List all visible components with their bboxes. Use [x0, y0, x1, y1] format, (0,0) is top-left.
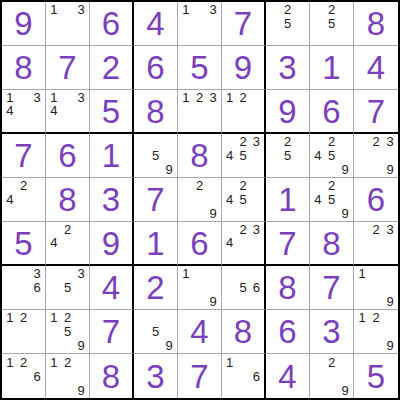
cell-value: 6 [134, 46, 177, 89]
pencil-mark: 5 [149, 149, 163, 163]
cell-value: 5 [90, 90, 132, 132]
pencil-mark: 9 [206, 206, 220, 220]
cell-r9c4[interactable]: 3 [134, 354, 178, 398]
cell-value: 9 [90, 222, 132, 264]
cell-value: 5 [178, 46, 221, 89]
cell-value: 7 [266, 222, 309, 264]
pencil-mark: 4 [47, 104, 61, 117]
pencil-mark: 1 [179, 267, 193, 281]
pencil-mark: 2 [236, 135, 249, 149]
cell-r5c8[interactable]: 2459 [310, 178, 354, 222]
pencil-marks: 29 [179, 179, 220, 220]
pencil-mark: 4 [311, 149, 325, 163]
cell-value: 4 [354, 46, 398, 89]
pencil-mark: 1 [223, 355, 236, 369]
pencil-marks: 25 [267, 135, 308, 176]
cell-value: 5 [354, 354, 398, 398]
cell-r2c3[interactable]: 2 [90, 46, 134, 90]
cell-r6c7[interactable]: 7 [266, 222, 310, 266]
cell-value: 7 [2, 134, 45, 177]
pencil-mark: 5 [325, 17, 339, 31]
pencil-mark: 2 [193, 91, 207, 104]
cell-r9c2[interactable]: 129 [46, 354, 90, 398]
pencil-mark: 1 [179, 3, 193, 17]
pencil-marks: 56 [223, 267, 263, 308]
pencil-marks: 129 [355, 311, 397, 352]
cell-value: 3 [266, 46, 309, 89]
cell-value: 1 [134, 222, 177, 264]
cell-value: 9 [266, 90, 309, 132]
cell-r9c6[interactable]: 16 [222, 354, 266, 398]
pencil-marks: 126 [3, 355, 44, 397]
pencil-marks: 59 [135, 135, 176, 176]
pencil-mark: 5 [236, 281, 249, 295]
pencil-mark: 1 [47, 91, 61, 104]
cell-r8c6[interactable]: 8 [222, 310, 266, 354]
pencil-mark: 2 [61, 223, 75, 236]
cell-r2c1[interactable]: 8 [2, 46, 46, 90]
pencil-mark: 9 [383, 294, 397, 308]
pencil-mark: 2 [325, 179, 339, 193]
cell-r1c8[interactable]: 25 [310, 2, 354, 46]
cell-value: 8 [266, 266, 309, 309]
cell-r1c6[interactable]: 7 [222, 2, 266, 46]
pencil-mark: 2 [281, 135, 295, 149]
pencil-marks: 245 [223, 179, 263, 220]
pencil-mark: 9 [74, 383, 88, 397]
cell-r4c2[interactable]: 6 [46, 134, 90, 178]
cell-r8c4[interactable]: 59 [134, 310, 178, 354]
pencil-mark: 6 [30, 369, 44, 383]
cell-r4c9[interactable]: 239 [354, 134, 398, 178]
pencil-marks: 23 [355, 223, 397, 263]
cell-r5c3[interactable]: 3 [90, 178, 134, 222]
pencil-mark: 5 [61, 281, 75, 295]
pencil-mark: 5 [281, 149, 295, 163]
cell-value: 7 [310, 266, 353, 309]
pencil-marks: 1259 [47, 311, 88, 352]
pencil-mark: 1 [355, 267, 369, 281]
pencil-marks: 2459 [311, 179, 352, 220]
cell-value: 3 [134, 354, 177, 398]
pencil-marks: 16 [223, 355, 263, 397]
cell-r9c7[interactable]: 4 [266, 354, 310, 398]
cell-r6c4[interactable]: 1 [134, 222, 178, 266]
pencil-mark: 1 [3, 91, 17, 104]
cell-value: 8 [90, 354, 132, 398]
cell-r7c3[interactable]: 4 [90, 266, 134, 310]
pencil-marks: 129 [47, 355, 88, 397]
pencil-mark: 3 [250, 135, 263, 149]
cell-value: 8 [46, 178, 89, 221]
pencil-marks: 19 [355, 267, 397, 308]
cell-r5c1[interactable]: 24 [2, 178, 46, 222]
pencil-marks: 24 [3, 179, 44, 220]
pencil-mark: 9 [338, 162, 352, 176]
cell-value: 6 [266, 310, 309, 353]
cell-r1c1[interactable]: 9 [2, 2, 46, 46]
pencil-marks: 12 [3, 311, 44, 352]
cell-r3c8[interactable]: 6 [310, 90, 354, 134]
cell-value: 9 [2, 2, 45, 45]
cell-r2c7[interactable]: 3 [266, 46, 310, 90]
cell-value: 1 [90, 134, 132, 177]
pencil-mark: 2 [369, 223, 383, 236]
cell-r9c5[interactable]: 7 [178, 354, 222, 398]
pencil-marks: 29 [311, 355, 352, 397]
pencil-marks: 36 [3, 267, 44, 308]
cell-value: 7 [178, 354, 221, 398]
cell-r7c8[interactable]: 7 [310, 266, 354, 310]
cell-r8c3[interactable]: 7 [90, 310, 134, 354]
pencil-mark: 9 [383, 162, 397, 176]
pencil-mark: 6 [250, 281, 263, 295]
cell-value: 1 [266, 178, 309, 221]
pencil-marks: 134 [47, 91, 88, 131]
pencil-mark: 2 [236, 179, 249, 193]
cell-r7c5[interactable]: 19 [178, 266, 222, 310]
pencil-mark: 5 [61, 325, 75, 339]
pencil-marks: 19 [179, 267, 220, 308]
cell-r7c4[interactable]: 2 [134, 266, 178, 310]
pencil-mark: 1 [355, 311, 369, 325]
pencil-mark: 2 [17, 355, 31, 369]
cell-value: 6 [90, 2, 132, 45]
cell-r4c3[interactable]: 1 [90, 134, 134, 178]
pencil-mark: 3 [74, 3, 88, 17]
cell-r7c1[interactable]: 36 [2, 266, 46, 310]
cell-r5c6[interactable]: 245 [222, 178, 266, 222]
pencil-marks: 239 [355, 135, 397, 176]
pencil-marks: 234 [223, 223, 263, 263]
cell-r5c9[interactable]: 6 [354, 178, 398, 222]
cell-r2c9[interactable]: 4 [354, 46, 398, 90]
cell-r6c8[interactable]: 8 [310, 222, 354, 266]
cell-value: 7 [134, 178, 177, 221]
pencil-mark: 3 [74, 91, 88, 104]
cell-r5c2[interactable]: 8 [46, 178, 90, 222]
pencil-marks: 59 [135, 311, 176, 352]
pencil-mark: 1 [47, 355, 61, 369]
cell-r9c9[interactable]: 5 [354, 354, 398, 398]
pencil-mark: 2 [281, 3, 295, 17]
pencil-mark: 1 [179, 91, 193, 104]
pencil-mark: 1 [223, 91, 236, 104]
cell-value: 8 [354, 2, 398, 45]
cell-value: 5 [2, 222, 45, 264]
pencil-mark: 2 [369, 135, 383, 149]
pencil-mark: 5 [325, 193, 339, 207]
pencil-mark: 3 [30, 267, 44, 281]
cell-value: 8 [134, 90, 177, 132]
cell-r1c4[interactable]: 4 [134, 2, 178, 46]
pencil-mark: 1 [3, 355, 17, 369]
cell-value: 7 [46, 46, 89, 89]
cell-r2c4[interactable]: 6 [134, 46, 178, 90]
pencil-mark: 2 [325, 135, 339, 149]
cell-r3c5[interactable]: 123 [178, 90, 222, 134]
cell-r8c2[interactable]: 1259 [46, 310, 90, 354]
cell-value: 4 [90, 266, 132, 309]
pencil-mark: 2 [17, 311, 31, 325]
cell-r1c3[interactable]: 6 [90, 2, 134, 46]
cell-r8c5[interactable]: 4 [178, 310, 222, 354]
pencil-mark: 9 [338, 383, 352, 397]
pencil-mark: 1 [47, 3, 61, 17]
cell-r1c9[interactable]: 8 [354, 2, 398, 46]
cell-value: 6 [310, 90, 353, 132]
pencil-mark: 4 [3, 193, 17, 207]
cell-value: 8 [2, 46, 45, 89]
pencil-marks: 123 [179, 91, 220, 131]
pencil-mark: 2 [325, 355, 339, 369]
pencil-mark: 5 [281, 17, 295, 31]
cell-value: 2 [90, 46, 132, 89]
pencil-mark: 1 [3, 311, 17, 325]
pencil-marks: 24 [47, 223, 88, 263]
cell-r1c2[interactable]: 13 [46, 2, 90, 46]
cell-r1c7[interactable]: 25 [266, 2, 310, 46]
cell-r8c1[interactable]: 12 [2, 310, 46, 354]
cell-r5c7[interactable]: 1 [266, 178, 310, 222]
cell-r5c4[interactable]: 7 [134, 178, 178, 222]
cell-r6c9[interactable]: 23 [354, 222, 398, 266]
pencil-mark: 2 [325, 3, 339, 17]
cell-r4c6[interactable]: 2345 [222, 134, 266, 178]
cell-r9c8[interactable]: 29 [310, 354, 354, 398]
pencil-mark: 3 [206, 3, 220, 17]
pencil-mark: 9 [74, 338, 88, 352]
cell-r6c3[interactable]: 9 [90, 222, 134, 266]
pencil-mark: 5 [325, 149, 339, 163]
cell-r7c6[interactable]: 56 [222, 266, 266, 310]
pencil-mark: 3 [383, 135, 397, 149]
cell-value: 8 [310, 222, 353, 264]
cell-r2c8[interactable]: 1 [310, 46, 354, 90]
cell-r5c5[interactable]: 29 [178, 178, 222, 222]
pencil-mark: 3 [74, 267, 88, 281]
pencil-marks: 35 [47, 267, 88, 308]
cell-r9c1[interactable]: 126 [2, 354, 46, 398]
pencil-mark: 3 [383, 223, 397, 236]
cell-r6c5[interactable]: 6 [178, 222, 222, 266]
cell-r2c2[interactable]: 7 [46, 46, 90, 90]
cell-r3c3[interactable]: 5 [90, 90, 134, 134]
cell-r6c1[interactable]: 5 [2, 222, 46, 266]
pencil-mark: 5 [236, 193, 249, 207]
pencil-mark: 3 [206, 91, 220, 104]
pencil-marks: 25 [267, 3, 308, 44]
cell-value: 7 [222, 2, 264, 45]
pencil-mark: 5 [236, 149, 249, 163]
cell-value: 1 [310, 46, 353, 89]
cell-r7c9[interactable]: 19 [354, 266, 398, 310]
cell-value: 3 [310, 310, 353, 353]
sudoku-board: 9136413725258872659314134134581231296776… [0, 0, 400, 400]
pencil-marks: 2345 [223, 135, 263, 176]
cell-r6c2[interactable]: 24 [46, 222, 90, 266]
pencil-mark: 1 [47, 311, 61, 325]
pencil-mark: 6 [30, 281, 44, 295]
pencil-marks: 12 [223, 91, 263, 131]
pencil-marks: 25 [311, 3, 352, 44]
pencil-mark: 4 [223, 149, 236, 163]
pencil-mark: 9 [162, 162, 176, 176]
pencil-marks: 13 [47, 3, 88, 44]
cell-value: 7 [90, 310, 132, 353]
cell-r1c5[interactable]: 13 [178, 2, 222, 46]
cell-value: 4 [134, 2, 177, 45]
cell-value: 4 [178, 310, 221, 353]
pencil-marks: 2459 [311, 135, 352, 176]
cell-r8c9[interactable]: 129 [354, 310, 398, 354]
pencil-marks: 134 [3, 91, 44, 131]
cell-r3c1[interactable]: 134 [2, 90, 46, 134]
cell-r2c6[interactable]: 9 [222, 46, 266, 90]
cell-value: 3 [90, 178, 132, 221]
pencil-mark: 6 [250, 369, 263, 383]
pencil-mark: 2 [369, 311, 383, 325]
cell-r3c4[interactable]: 8 [134, 90, 178, 134]
pencil-mark: 2 [236, 91, 249, 104]
cell-value: 7 [354, 90, 398, 132]
pencil-mark: 2 [236, 223, 249, 236]
cell-value: 9 [222, 46, 264, 89]
pencil-mark: 4 [3, 104, 17, 117]
cell-value: 6 [46, 134, 89, 177]
pencil-mark: 5 [149, 325, 163, 339]
pencil-mark: 3 [250, 223, 263, 236]
cell-r4c7[interactable]: 25 [266, 134, 310, 178]
cell-r4c4[interactable]: 59 [134, 134, 178, 178]
cell-r9c3[interactable]: 8 [90, 354, 134, 398]
cell-r8c8[interactable]: 3 [310, 310, 354, 354]
pencil-mark: 2 [61, 311, 75, 325]
pencil-mark: 2 [193, 179, 207, 193]
cell-r2c5[interactable]: 5 [178, 46, 222, 90]
cell-r7c7[interactable]: 8 [266, 266, 310, 310]
cell-r3c7[interactable]: 9 [266, 90, 310, 134]
pencil-mark: 9 [383, 338, 397, 352]
cell-r3c2[interactable]: 134 [46, 90, 90, 134]
pencil-mark: 4 [311, 193, 325, 207]
pencil-mark: 4 [223, 236, 236, 249]
pencil-mark: 2 [17, 179, 31, 193]
pencil-mark: 9 [338, 206, 352, 220]
cell-r4c8[interactable]: 2459 [310, 134, 354, 178]
cell-r3c6[interactable]: 12 [222, 90, 266, 134]
pencil-marks: 13 [179, 3, 220, 44]
cell-value: 8 [222, 310, 264, 353]
cell-r4c1[interactable]: 7 [2, 134, 46, 178]
cell-r8c7[interactable]: 6 [266, 310, 310, 354]
cell-r3c9[interactable]: 7 [354, 90, 398, 134]
cell-r7c2[interactable]: 35 [46, 266, 90, 310]
cell-value: 2 [134, 266, 177, 309]
cell-r6c6[interactable]: 234 [222, 222, 266, 266]
pencil-mark: 3 [30, 91, 44, 104]
cell-value: 6 [354, 178, 398, 221]
pencil-mark: 4 [223, 193, 236, 207]
pencil-mark: 4 [47, 236, 61, 249]
cell-value: 4 [266, 354, 309, 398]
cell-value: 6 [178, 222, 221, 264]
pencil-mark: 9 [206, 294, 220, 308]
pencil-mark: 2 [61, 355, 75, 369]
cell-r4c5[interactable]: 8 [178, 134, 222, 178]
pencil-mark: 9 [162, 338, 176, 352]
cell-value: 8 [178, 134, 221, 177]
